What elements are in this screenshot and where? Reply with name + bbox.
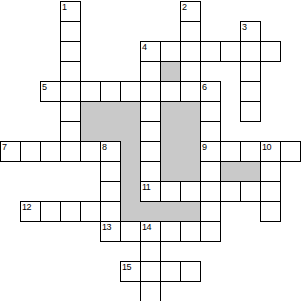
answer-cell-r7c14[interactable] bbox=[280, 141, 301, 162]
answer-cell-r2c9[interactable] bbox=[180, 41, 201, 62]
answer-cell-r2c11[interactable] bbox=[220, 41, 241, 62]
clue-number-11: 11 bbox=[142, 182, 150, 192]
blocked-cell-r6c4 bbox=[80, 121, 101, 142]
blocked-cell-r8c6 bbox=[120, 161, 141, 182]
answer-cell-r0c3[interactable]: 1 bbox=[60, 1, 81, 22]
answer-cell-r9c13[interactable] bbox=[260, 181, 281, 202]
blocked-cell-r5c8 bbox=[160, 101, 181, 122]
answer-cell-r7c4[interactable] bbox=[80, 141, 101, 162]
blocked-cell-r3c8 bbox=[160, 61, 181, 82]
answer-cell-r7c10[interactable]: 9 bbox=[200, 141, 221, 162]
answer-cell-r4c8[interactable] bbox=[160, 81, 181, 102]
blocked-cell-r5c6 bbox=[120, 101, 141, 122]
answer-cell-r7c0[interactable]: 7 bbox=[0, 141, 21, 162]
blocked-cell-r10c7 bbox=[140, 201, 161, 222]
answer-cell-r7c1[interactable] bbox=[20, 141, 41, 162]
answer-cell-r5c7[interactable] bbox=[140, 101, 161, 122]
answer-cell-r5c10[interactable] bbox=[200, 101, 221, 122]
clue-number-3: 3 bbox=[242, 22, 247, 32]
answer-cell-r5c3[interactable] bbox=[60, 101, 81, 122]
answer-cell-r2c3[interactable] bbox=[60, 41, 81, 62]
clue-number-10: 10 bbox=[262, 142, 271, 152]
answer-cell-r7c13[interactable]: 10 bbox=[260, 141, 281, 162]
answer-cell-r4c3[interactable] bbox=[60, 81, 81, 102]
answer-cell-r7c7[interactable] bbox=[140, 141, 161, 162]
clue-number-2: 2 bbox=[182, 2, 187, 12]
answer-cell-r4c6[interactable] bbox=[120, 81, 141, 102]
clue-number-15: 15 bbox=[122, 262, 131, 272]
blocked-cell-r6c8 bbox=[160, 121, 181, 142]
answer-cell-r5c12[interactable] bbox=[240, 101, 261, 122]
clue-number-6: 6 bbox=[202, 82, 207, 92]
answer-cell-r3c12[interactable] bbox=[240, 61, 261, 82]
answer-cell-r4c7[interactable] bbox=[140, 81, 161, 102]
blocked-cell-r8c8 bbox=[160, 161, 181, 182]
answer-cell-r8c10[interactable] bbox=[200, 161, 221, 182]
answer-cell-r2c13[interactable] bbox=[260, 41, 281, 62]
answer-cell-r9c5[interactable] bbox=[100, 181, 121, 202]
answer-cell-r13c8[interactable] bbox=[160, 261, 181, 282]
answer-cell-r11c10[interactable] bbox=[200, 221, 221, 242]
blocked-cell-r8c12 bbox=[240, 161, 261, 182]
answer-cell-r0c9[interactable]: 2 bbox=[180, 1, 201, 22]
blocked-cell-r8c9 bbox=[180, 161, 201, 182]
blocked-cell-r10c9 bbox=[180, 201, 201, 222]
blocked-cell-r7c6 bbox=[120, 141, 141, 162]
answer-cell-r9c12[interactable] bbox=[240, 181, 261, 202]
answer-cell-r3c7[interactable] bbox=[140, 61, 161, 82]
blocked-cell-r10c6 bbox=[120, 201, 141, 222]
answer-cell-r6c10[interactable] bbox=[200, 121, 221, 142]
blocked-cell-r6c9 bbox=[180, 121, 201, 142]
answer-cell-r11c9[interactable] bbox=[180, 221, 201, 242]
answer-cell-r10c5[interactable] bbox=[100, 201, 121, 222]
answer-cell-r8c7[interactable] bbox=[140, 161, 161, 182]
answer-cell-r7c11[interactable] bbox=[220, 141, 241, 162]
clue-number-7: 7 bbox=[2, 142, 7, 152]
blocked-cell-r6c5 bbox=[100, 121, 121, 142]
answer-cell-r13c6[interactable]: 15 bbox=[120, 261, 141, 282]
answer-cell-r4c5[interactable] bbox=[100, 81, 121, 102]
answer-cell-r10c10[interactable] bbox=[200, 201, 221, 222]
answer-cell-r2c7[interactable]: 4 bbox=[140, 41, 161, 62]
answer-cell-r8c13[interactable] bbox=[260, 161, 281, 182]
blocked-cell-r5c4 bbox=[80, 101, 101, 122]
answer-cell-r9c9[interactable] bbox=[180, 181, 201, 202]
answer-cell-r7c3[interactable] bbox=[60, 141, 81, 162]
answer-cell-r10c2[interactable] bbox=[40, 201, 61, 222]
answer-cell-r1c12[interactable]: 3 bbox=[240, 21, 261, 42]
answer-cell-r6c7[interactable] bbox=[140, 121, 161, 142]
answer-cell-r1c9[interactable] bbox=[180, 21, 201, 42]
blocked-cell-r5c5 bbox=[100, 101, 121, 122]
answer-cell-r12c7[interactable] bbox=[140, 241, 161, 262]
clue-number-4: 4 bbox=[142, 42, 147, 52]
answer-cell-r4c12[interactable] bbox=[240, 81, 261, 102]
crossword-board: 123456789101112131415 bbox=[0, 1, 301, 301]
answer-cell-r11c8[interactable] bbox=[160, 221, 181, 242]
answer-cell-r9c8[interactable] bbox=[160, 181, 181, 202]
answer-cell-r7c5[interactable]: 8 bbox=[100, 141, 121, 162]
answer-cell-r2c12[interactable] bbox=[240, 41, 261, 62]
blocked-cell-r10c8 bbox=[160, 201, 181, 222]
answer-cell-r11c6[interactable] bbox=[120, 221, 141, 242]
answer-cell-r7c2[interactable] bbox=[40, 141, 61, 162]
answer-cell-r7c12[interactable] bbox=[240, 141, 261, 162]
blocked-cell-r7c8 bbox=[160, 141, 181, 162]
answer-cell-r8c5[interactable] bbox=[100, 161, 121, 182]
answer-cell-r4c10[interactable]: 6 bbox=[200, 81, 221, 102]
clue-number-13: 13 bbox=[102, 222, 111, 232]
answer-cell-r13c7[interactable] bbox=[140, 261, 161, 282]
answer-cell-r4c4[interactable] bbox=[80, 81, 101, 102]
blocked-cell-r7c9 bbox=[180, 141, 201, 162]
blocked-cell-r8c11 bbox=[220, 161, 241, 182]
answer-cell-r13c9[interactable] bbox=[180, 261, 201, 282]
answer-cell-r10c3[interactable] bbox=[60, 201, 81, 222]
answer-cell-r9c11[interactable] bbox=[220, 181, 241, 202]
answer-cell-r10c4[interactable] bbox=[80, 201, 101, 222]
blocked-cell-r6c6 bbox=[120, 121, 141, 142]
answer-cell-r3c9[interactable] bbox=[180, 61, 201, 82]
answer-cell-r11c5[interactable]: 13 bbox=[100, 221, 121, 242]
answer-cell-r3c3[interactable] bbox=[60, 61, 81, 82]
answer-cell-r4c2[interactable]: 5 bbox=[40, 81, 61, 102]
clue-number-1: 1 bbox=[62, 2, 67, 12]
answer-cell-r1c3[interactable] bbox=[60, 21, 81, 42]
answer-cell-r11c7[interactable]: 14 bbox=[140, 221, 161, 242]
answer-cell-r9c10[interactable] bbox=[200, 181, 221, 202]
blocked-cell-r9c6 bbox=[120, 181, 141, 202]
clue-number-12: 12 bbox=[22, 202, 31, 212]
clue-number-9: 9 bbox=[202, 142, 207, 152]
clue-number-14: 14 bbox=[142, 222, 151, 232]
answer-cell-r10c13[interactable] bbox=[260, 201, 281, 222]
answer-cell-r6c3[interactable] bbox=[60, 121, 81, 142]
blocked-cell-r5c9 bbox=[180, 101, 201, 122]
clue-number-5: 5 bbox=[42, 82, 47, 92]
answer-cell-r9c7[interactable]: 11 bbox=[140, 181, 161, 202]
answer-cell-r2c8[interactable] bbox=[160, 41, 181, 62]
clue-number-8: 8 bbox=[102, 142, 107, 152]
answer-cell-r2c10[interactable] bbox=[200, 41, 221, 62]
answer-cell-r4c9[interactable] bbox=[180, 81, 201, 102]
answer-cell-r10c1[interactable]: 12 bbox=[20, 201, 41, 222]
answer-cell-r14c7[interactable] bbox=[140, 281, 161, 301]
